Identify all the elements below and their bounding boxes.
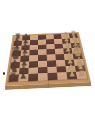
square-h5 [38, 73, 48, 80]
board-grid: ♜♟♟♜♞♟♟♞♝♟♟♝♛♟♟♛♚♟♟♚♝♟♟♝♞♟♟♞♜♟♟♜ [9, 33, 88, 82]
board-tilt-wrapper: ♜♟♟♜♞♟♟♞♝♟♟♝♛♟♟♛♚♟♟♚♝♟♟♝♞♟♟♞♜♟♟♜ [1, 0, 91, 86]
chess-set-photo: ♜♟♟♜♞♟♟♞♝♟♟♝♛♟♟♛♚♟♟♚♝♟♟♝♞♟♟♞♜♟♟♜ [0, 0, 95, 126]
square-h1: ♜ [76, 72, 87, 79]
piece-white-rook: ♜ [75, 69, 89, 78]
piece-black-pawn: ♟ [16, 72, 30, 80]
hinge-clasp-icon [3, 72, 5, 75]
square-h7: ♟ [18, 74, 28, 81]
chess-board: ♜♟♟♜♞♟♟♞♝♟♟♝♛♟♟♛♚♟♟♚♝♟♟♝♞♟♟♞♜♟♟♜ [5, 32, 91, 86]
